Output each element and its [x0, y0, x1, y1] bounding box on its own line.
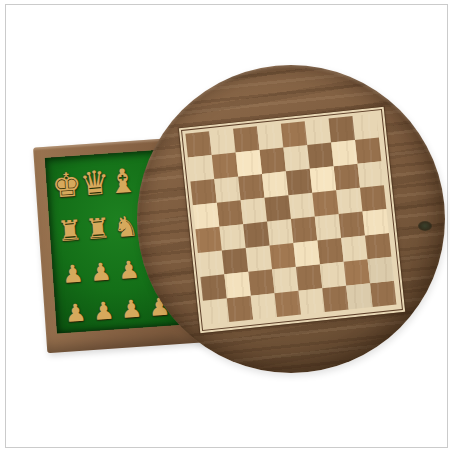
square-b6 [214, 176, 240, 202]
square-a2 [200, 274, 226, 300]
square-b1 [227, 296, 253, 322]
square-b4 [219, 224, 245, 250]
square-g3 [341, 235, 367, 261]
square-g4 [339, 212, 365, 238]
square-b8 [209, 129, 235, 155]
tray-cell: ♟ [86, 251, 117, 293]
tray-piece-queen: ♛ [79, 165, 111, 200]
square-c1 [251, 293, 277, 319]
square-e2 [296, 264, 322, 290]
board-frame [181, 109, 403, 331]
square-a8 [185, 131, 211, 157]
chess-board [179, 107, 405, 333]
tray-cell: ♟ [60, 293, 91, 333]
square-h8 [352, 114, 378, 140]
tray-cell: ♜ [54, 207, 85, 255]
tray-piece-pawn: ♟ [64, 300, 87, 325]
square-f6 [310, 166, 336, 192]
square-a7 [188, 155, 214, 181]
tray-cell: ♟ [113, 249, 144, 291]
square-f7 [307, 142, 333, 168]
square-f3 [317, 238, 343, 264]
square-a4 [195, 227, 221, 253]
square-b7 [212, 153, 238, 179]
square-f8 [305, 119, 331, 145]
square-e4 [291, 217, 317, 243]
square-a3 [198, 251, 224, 277]
square-g5 [336, 188, 362, 214]
square-e6 [286, 169, 312, 195]
tray-piece-pawn: ♟ [120, 297, 143, 322]
square-b5 [217, 200, 243, 226]
tray-piece-pawn: ♟ [61, 262, 84, 287]
square-f2 [320, 262, 346, 288]
square-c2 [248, 269, 274, 295]
square-c3 [246, 245, 272, 271]
square-c5 [241, 198, 267, 224]
square-c6 [238, 174, 264, 200]
wood-knot [418, 221, 432, 231]
square-e3 [293, 240, 319, 266]
square-g8 [329, 116, 355, 142]
square-f1 [322, 286, 348, 312]
tray-piece-rook: ♜ [56, 217, 83, 247]
square-e8 [281, 121, 307, 147]
square-d3 [270, 243, 296, 269]
square-d2 [272, 267, 298, 293]
square-d1 [275, 291, 301, 317]
square-g2 [344, 259, 370, 285]
tray-cell: ♟ [88, 291, 119, 331]
tray-piece-pawn: ♟ [92, 298, 115, 323]
square-g7 [331, 140, 357, 166]
square-c4 [243, 222, 269, 248]
square-h4 [363, 209, 389, 235]
square-b2 [224, 272, 250, 298]
square-h2 [368, 257, 394, 283]
square-d4 [267, 219, 293, 245]
tray-piece-knight: ♞ [112, 213, 139, 243]
square-e7 [283, 145, 309, 171]
square-g6 [334, 164, 360, 190]
square-h1 [370, 281, 396, 307]
product-photo: ♚♛♝♝♜♜♞♞♟♟♟♟♟♟♟♟ [0, 0, 450, 450]
board-grid [185, 114, 396, 325]
square-c7 [236, 150, 262, 176]
tray-piece-pawn: ♟ [89, 260, 112, 285]
square-d7 [260, 148, 286, 174]
square-d8 [257, 124, 283, 150]
square-c8 [233, 126, 259, 152]
square-b3 [222, 248, 248, 274]
square-h6 [357, 161, 383, 187]
square-h7 [355, 137, 381, 163]
tray-piece-pawn: ♟ [117, 258, 140, 283]
tray-cell: ♝ [107, 156, 138, 206]
tray-cell: ♟ [58, 253, 89, 295]
square-a1 [203, 298, 229, 324]
tray-piece-bishop: ♝ [107, 163, 139, 198]
square-d6 [262, 171, 288, 197]
tray-cell: ♜ [82, 205, 113, 253]
square-e1 [298, 288, 324, 314]
tray-cell: ♛ [79, 158, 110, 208]
tray-piece-rook: ♜ [84, 215, 111, 245]
tray-piece-king: ♚ [51, 167, 83, 202]
square-g1 [346, 283, 372, 309]
square-a5 [193, 203, 219, 229]
tray-cell: ♚ [51, 160, 82, 210]
square-e5 [288, 193, 314, 219]
square-f4 [315, 214, 341, 240]
square-h3 [365, 233, 391, 259]
square-h5 [360, 185, 386, 211]
tray-cell: ♟ [116, 289, 147, 329]
square-a6 [190, 179, 216, 205]
square-f5 [312, 190, 338, 216]
square-d5 [265, 195, 291, 221]
